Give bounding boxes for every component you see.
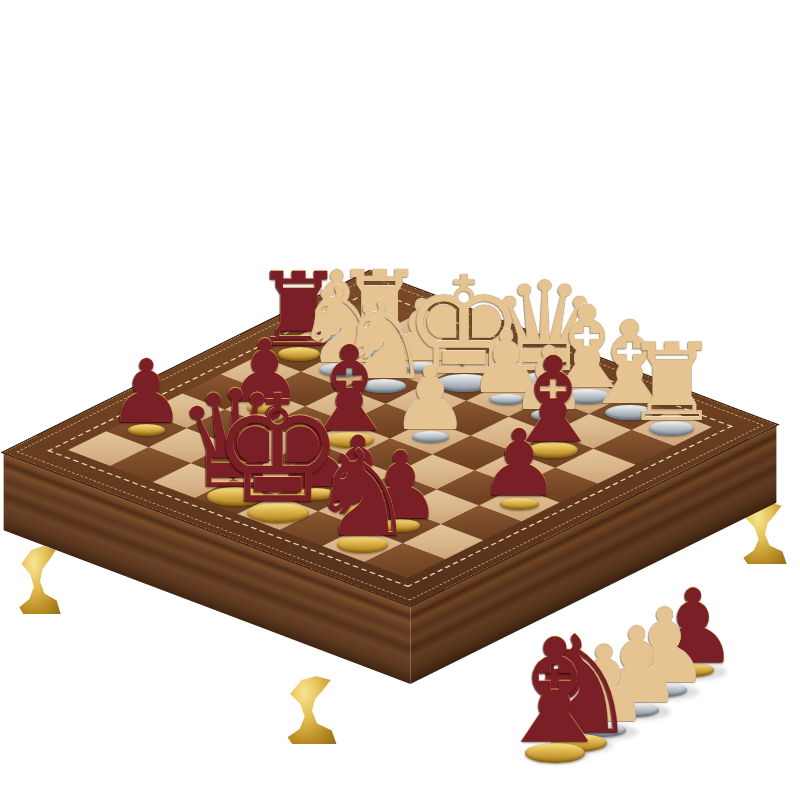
piece-red-knight-g8[interactable]: ♞ — [309, 434, 416, 554]
piece-white-rook-h1[interactable]: ♜ — [624, 329, 720, 436]
piece-red-pawn-a7[interactable]: ♟ — [107, 349, 186, 437]
piece-red-pawn-h5[interactable]: ♟ — [478, 419, 561, 511]
gold-foot-front — [286, 676, 338, 744]
captured-red-bishop[interactable]: ♝ — [491, 621, 619, 764]
chess-set-photo: ♟♟♟♟♟♜♜♞♞♝♝♛♚♜♝♝♞♛♚♟♟♟♟♟♟ ♝♞♟♟♟♟ — [0, 0, 800, 800]
gold-foot-left — [18, 546, 62, 614]
